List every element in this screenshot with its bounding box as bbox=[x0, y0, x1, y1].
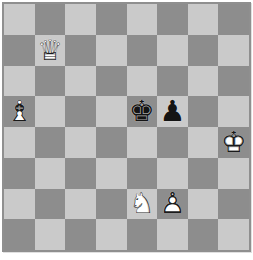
square-b3[interactable] bbox=[35, 158, 66, 189]
square-b4[interactable] bbox=[35, 127, 66, 158]
square-h2[interactable] bbox=[218, 189, 249, 220]
square-a8[interactable] bbox=[4, 4, 35, 35]
square-c2[interactable] bbox=[65, 189, 96, 220]
king-glyph-outline: ♔ bbox=[218, 127, 249, 158]
square-h5[interactable] bbox=[218, 96, 249, 127]
square-b6[interactable] bbox=[35, 66, 66, 97]
square-a5[interactable]: ♝♗ bbox=[4, 96, 35, 127]
square-d3[interactable] bbox=[96, 158, 127, 189]
square-a4[interactable] bbox=[4, 127, 35, 158]
square-c8[interactable] bbox=[65, 4, 96, 35]
square-e1[interactable] bbox=[127, 219, 158, 250]
square-g4[interactable] bbox=[188, 127, 219, 158]
square-g7[interactable] bbox=[188, 35, 219, 66]
pawn-glyph-outline: ♙ bbox=[157, 189, 188, 220]
square-e4[interactable] bbox=[127, 127, 158, 158]
square-g8[interactable] bbox=[188, 4, 219, 35]
square-d4[interactable] bbox=[96, 127, 127, 158]
square-e6[interactable] bbox=[127, 66, 158, 97]
white-bishop-piece[interactable]: ♝♗ bbox=[4, 96, 35, 127]
square-d2[interactable] bbox=[96, 189, 127, 220]
square-f1[interactable] bbox=[157, 219, 188, 250]
square-h7[interactable] bbox=[218, 35, 249, 66]
chessboard: ♛♕♝♗♚♟♚♔♞♘♟♙ bbox=[4, 4, 249, 250]
chessboard-frame: ♛♕♝♗♚♟♚♔♞♘♟♙ bbox=[2, 2, 251, 252]
square-d1[interactable] bbox=[96, 219, 127, 250]
square-e2[interactable]: ♞♘ bbox=[127, 189, 158, 220]
square-h4[interactable]: ♚♔ bbox=[218, 127, 249, 158]
square-f8[interactable] bbox=[157, 4, 188, 35]
pawn-glyph: ♟ bbox=[157, 96, 188, 127]
square-a3[interactable] bbox=[4, 158, 35, 189]
square-d6[interactable] bbox=[96, 66, 127, 97]
square-a7[interactable] bbox=[4, 35, 35, 66]
square-f7[interactable] bbox=[157, 35, 188, 66]
square-h8[interactable] bbox=[218, 4, 249, 35]
square-f6[interactable] bbox=[157, 66, 188, 97]
square-h1[interactable] bbox=[218, 219, 249, 250]
square-h6[interactable] bbox=[218, 66, 249, 97]
square-e3[interactable] bbox=[127, 158, 158, 189]
bishop-glyph-outline: ♗ bbox=[4, 96, 35, 127]
square-d7[interactable] bbox=[96, 35, 127, 66]
square-e8[interactable] bbox=[127, 4, 158, 35]
bishop-glyph-fill: ♝ bbox=[4, 96, 35, 127]
square-c4[interactable] bbox=[65, 127, 96, 158]
square-b5[interactable] bbox=[35, 96, 66, 127]
queen-glyph-outline: ♕ bbox=[35, 35, 66, 66]
square-f2[interactable]: ♟♙ bbox=[157, 189, 188, 220]
king-glyph: ♚ bbox=[127, 96, 158, 127]
black-pawn-piece[interactable]: ♟ bbox=[157, 96, 188, 127]
square-f3[interactable] bbox=[157, 158, 188, 189]
square-b8[interactable] bbox=[35, 4, 66, 35]
white-pawn-piece[interactable]: ♟♙ bbox=[157, 189, 188, 220]
square-g5[interactable] bbox=[188, 96, 219, 127]
square-e7[interactable] bbox=[127, 35, 158, 66]
white-king-piece[interactable]: ♚♔ bbox=[218, 127, 249, 158]
square-e5[interactable]: ♚ bbox=[127, 96, 158, 127]
square-g6[interactable] bbox=[188, 66, 219, 97]
black-king-piece[interactable]: ♚ bbox=[127, 96, 158, 127]
knight-glyph-fill: ♞ bbox=[127, 189, 158, 220]
square-g2[interactable] bbox=[188, 189, 219, 220]
square-b7[interactable]: ♛♕ bbox=[35, 35, 66, 66]
square-c5[interactable] bbox=[65, 96, 96, 127]
square-b1[interactable] bbox=[35, 219, 66, 250]
white-knight-piece[interactable]: ♞♘ bbox=[127, 189, 158, 220]
square-b2[interactable] bbox=[35, 189, 66, 220]
square-c1[interactable] bbox=[65, 219, 96, 250]
king-glyph-fill: ♚ bbox=[218, 127, 249, 158]
square-d8[interactable] bbox=[96, 4, 127, 35]
square-f5[interactable]: ♟ bbox=[157, 96, 188, 127]
queen-glyph-fill: ♛ bbox=[35, 35, 66, 66]
square-g3[interactable] bbox=[188, 158, 219, 189]
square-a6[interactable] bbox=[4, 66, 35, 97]
pawn-glyph-fill: ♟ bbox=[157, 189, 188, 220]
square-h3[interactable] bbox=[218, 158, 249, 189]
square-c6[interactable] bbox=[65, 66, 96, 97]
square-a2[interactable] bbox=[4, 189, 35, 220]
square-a1[interactable] bbox=[4, 219, 35, 250]
square-c7[interactable] bbox=[65, 35, 96, 66]
square-c3[interactable] bbox=[65, 158, 96, 189]
square-g1[interactable] bbox=[188, 219, 219, 250]
knight-glyph-outline: ♘ bbox=[127, 189, 158, 220]
white-queen-piece[interactable]: ♛♕ bbox=[35, 35, 66, 66]
chess-diagram: { "game": "chess", "position": { "fen": … bbox=[0, 0, 253, 260]
square-d5[interactable] bbox=[96, 96, 127, 127]
square-f4[interactable] bbox=[157, 127, 188, 158]
